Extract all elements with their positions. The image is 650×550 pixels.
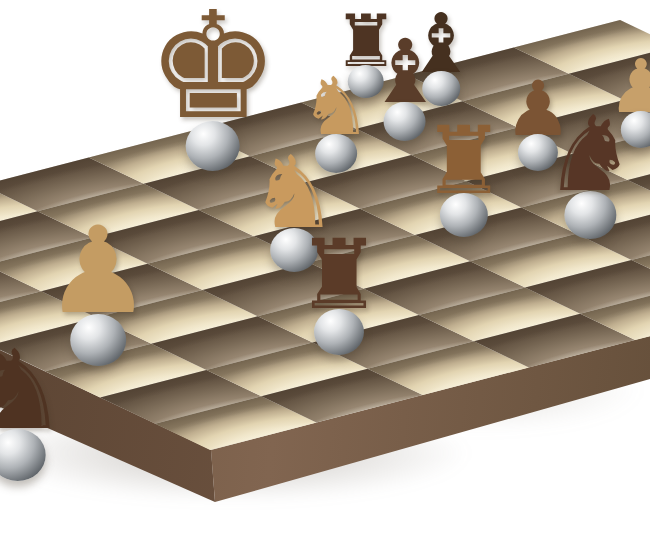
steel-ball-base — [348, 65, 384, 98]
piece-beech-pawn-a4: ♟ — [44, 222, 152, 366]
steel-ball-base — [314, 309, 364, 355]
knight-glyph: ♞ — [0, 345, 67, 435]
steel-ball-base — [422, 71, 460, 106]
pawn-glyph: ♟ — [504, 78, 572, 140]
bishop-glyph: ♝ — [366, 36, 445, 108]
knight-glyph: ♞ — [543, 112, 636, 197]
piece-walnut-bishop-f7: ♝ — [366, 36, 445, 141]
piece-beech-knight-e7: ♞ — [300, 74, 372, 173]
pawn-glyph: ♟ — [608, 56, 650, 117]
piece-beech-pawn-h6: ♟ — [608, 56, 650, 148]
piece-walnut-rook-d4: ♜ — [296, 236, 382, 355]
product-photo-stage: ♚♜♝♝♞♟♟♜♞♞♟♜♞ — [0, 0, 650, 550]
steel-ball-base — [186, 121, 240, 171]
king-glyph: ♚ — [147, 6, 280, 127]
steel-ball-base — [270, 228, 318, 272]
steel-ball-base — [384, 102, 426, 141]
steel-ball-base — [0, 429, 46, 481]
piece-walnut-bishop-g8: ♝ — [404, 10, 478, 106]
steel-ball-base — [518, 134, 558, 171]
piece-walnut-rook-f8: ♜ — [334, 12, 399, 98]
piece-walnut-knight-offboard: ♞ — [0, 345, 67, 481]
pieces-layer: ♚♜♝♝♞♟♟♜♞♞♟♜♞ — [0, 0, 650, 550]
rook-glyph: ♜ — [422, 122, 506, 199]
piece-walnut-pawn-f6: ♟ — [504, 78, 572, 171]
knight-glyph: ♞ — [300, 74, 372, 140]
steel-ball-base — [440, 193, 488, 237]
steel-ball-base — [70, 314, 126, 366]
piece-beech-knight-d5: ♞ — [249, 152, 339, 272]
piece-walnut-knight-f4: ♞ — [543, 112, 636, 239]
knight-glyph: ♞ — [249, 152, 339, 234]
bishop-glyph: ♝ — [404, 10, 478, 77]
piece-walnut-king-d8: ♚ — [147, 6, 280, 171]
rook-glyph: ♜ — [334, 12, 399, 71]
steel-ball-base — [621, 111, 650, 148]
steel-ball-base — [564, 191, 616, 239]
steel-ball-base — [315, 134, 357, 173]
piece-walnut-rook-e5: ♜ — [422, 122, 506, 237]
pawn-glyph: ♟ — [44, 222, 152, 320]
rook-glyph: ♜ — [296, 236, 382, 315]
